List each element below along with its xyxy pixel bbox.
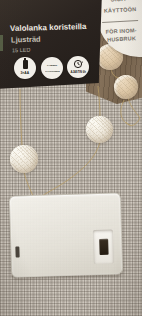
package-side-edge bbox=[0, 35, 3, 51]
battery-badge: 3×AA bbox=[14, 57, 36, 79]
warm-white-line2: VALKOINEN bbox=[45, 70, 60, 73]
product-title-fi: Valolanka koristeilla bbox=[10, 22, 87, 33]
battery-icon bbox=[23, 60, 28, 69]
timer-badge-label: AJASTIN 6h bbox=[70, 71, 85, 74]
crackle-ball-light bbox=[114, 75, 138, 99]
battery-box bbox=[9, 192, 124, 277]
crackle-ball-light bbox=[86, 116, 113, 143]
brand-logo: kotikulta bbox=[1, 0, 77, 4]
timer-badge: AJASTIN 6h bbox=[67, 56, 89, 78]
power-switch bbox=[99, 239, 108, 255]
battery-badge-label: 3×AA bbox=[21, 71, 30, 74]
product-photo: SISÄ- KÄYTTÖÖN FÖR INOM- HUSBRUK kotikul… bbox=[0, 0, 142, 316]
power-switch-recess bbox=[93, 230, 114, 265]
led-count: 15 LED bbox=[12, 47, 31, 53]
product-title-sv: Ljusträd bbox=[11, 35, 41, 45]
crackle-ball-light bbox=[10, 145, 38, 173]
indoor-use-sticker-text: SISÄ- KÄYTTÖÖN FÖR INOM- HUSBRUK bbox=[97, 0, 142, 1]
warm-white-line1: LÄMMIN bbox=[47, 64, 57, 67]
warm-white-badge: LÄMMIN VALKOINEN bbox=[41, 57, 63, 79]
package-card: kotikulta Valolanka koristeilla Ljusträd… bbox=[0, 0, 102, 92]
timer-clock-icon bbox=[73, 59, 83, 69]
battery-box-slot bbox=[15, 246, 19, 257]
